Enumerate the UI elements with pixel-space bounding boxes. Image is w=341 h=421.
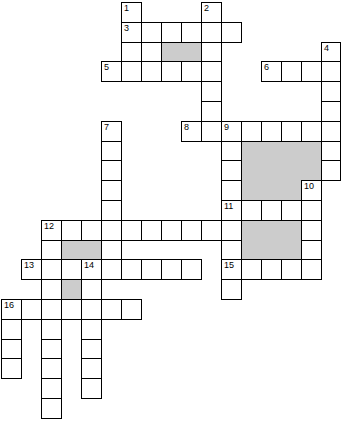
cell-r3c15[interactable] — [301, 61, 322, 82]
clue-number-14: 14 — [84, 261, 94, 270]
cell-r13c4[interactable]: 14 — [81, 259, 102, 280]
cell-r18c0[interactable] — [1, 358, 22, 379]
cell-r13c5[interactable] — [101, 259, 122, 280]
cell-r1c8[interactable] — [161, 22, 182, 43]
clue-number-4: 4 — [324, 44, 329, 53]
cell-r11c15[interactable] — [301, 220, 322, 241]
cell-r12c11[interactable] — [221, 240, 242, 260]
cell-r0c10[interactable]: 2 — [201, 2, 222, 23]
cell-r12c15[interactable] — [301, 240, 322, 260]
cell-r6c14[interactable] — [281, 121, 302, 142]
shaded-block-4 — [61, 240, 102, 260]
shaded-block-5 — [61, 279, 82, 300]
clue-number-16: 16 — [4, 301, 14, 310]
cell-r2c10[interactable] — [201, 42, 222, 62]
cell-r17c4[interactable] — [81, 339, 102, 359]
cell-r3c16[interactable] — [321, 61, 341, 82]
cell-r11c4[interactable] — [81, 220, 102, 241]
cell-r11c3[interactable] — [61, 220, 82, 241]
cell-r3c5[interactable]: 5 — [101, 61, 122, 82]
clue-number-7: 7 — [104, 123, 109, 132]
cell-r13c2[interactable] — [41, 259, 62, 280]
cell-r18c2[interactable] — [41, 358, 62, 379]
cell-r17c0[interactable] — [1, 339, 22, 359]
cell-r13c15[interactable] — [301, 259, 322, 280]
cell-r10c11[interactable]: 11 — [221, 200, 242, 221]
clue-number-10: 10 — [304, 182, 314, 191]
cell-r15c3[interactable] — [61, 299, 82, 320]
cell-r0c6[interactable]: 1 — [121, 2, 142, 23]
cell-r8c5[interactable] — [101, 160, 122, 181]
cell-r7c11[interactable] — [221, 141, 242, 161]
cell-r3c6[interactable] — [121, 61, 142, 82]
cell-r10c5[interactable] — [101, 200, 122, 221]
cell-r15c0[interactable]: 16 — [1, 299, 22, 320]
cell-r3c7[interactable] — [141, 61, 162, 82]
cell-r7c16[interactable] — [321, 141, 341, 161]
cell-r13c3[interactable] — [61, 259, 82, 280]
cell-r18c4[interactable] — [81, 358, 102, 379]
cell-r15c1[interactable] — [21, 299, 42, 320]
clue-number-2: 2 — [204, 4, 209, 13]
cell-r1c9[interactable] — [181, 22, 202, 43]
cell-r10c14[interactable] — [281, 200, 302, 221]
clue-number-13: 13 — [24, 261, 34, 270]
clue-number-5: 5 — [104, 63, 109, 72]
cell-r8c16[interactable] — [321, 160, 341, 181]
cell-r10c15[interactable] — [301, 200, 322, 221]
cell-r19c4[interactable] — [81, 378, 102, 399]
cell-r6c16[interactable] — [321, 121, 341, 142]
cell-r9c11[interactable] — [221, 180, 242, 201]
cell-r20c2[interactable] — [41, 398, 62, 419]
cell-r16c2[interactable] — [41, 319, 62, 340]
cell-r11c5[interactable] — [101, 220, 122, 241]
cell-r11c9[interactable] — [181, 220, 202, 241]
cell-r11c2[interactable]: 12 — [41, 220, 62, 241]
cell-r11c7[interactable] — [141, 220, 162, 241]
cell-r6c10[interactable] — [201, 121, 222, 142]
cell-r14c4[interactable] — [81, 279, 102, 300]
cell-r6c11[interactable]: 9 — [221, 121, 242, 142]
cell-r14c2[interactable] — [41, 279, 62, 300]
cell-r11c8[interactable] — [161, 220, 182, 241]
cell-r11c11[interactable] — [221, 220, 242, 241]
cell-r11c6[interactable] — [121, 220, 142, 241]
cell-r13c13[interactable] — [261, 259, 282, 280]
cell-r7c5[interactable] — [101, 141, 122, 161]
shaded-block-1 — [161, 42, 202, 62]
clue-number-8: 8 — [184, 123, 189, 132]
cell-r5c16[interactable] — [321, 101, 341, 122]
cell-r3c8[interactable] — [161, 61, 182, 82]
cell-r12c2[interactable] — [41, 240, 62, 260]
cell-r3c14[interactable] — [281, 61, 302, 82]
cell-r11c10[interactable] — [201, 220, 222, 241]
cell-r13c1[interactable]: 13 — [21, 259, 42, 280]
cell-r13c9[interactable] — [181, 259, 202, 280]
shaded-block-3 — [241, 220, 302, 260]
cell-r4c10[interactable] — [201, 81, 222, 102]
cell-r3c13[interactable]: 6 — [261, 61, 282, 82]
cell-r13c7[interactable] — [141, 259, 162, 280]
cell-r3c9[interactable] — [181, 61, 202, 82]
clue-number-15: 15 — [224, 261, 234, 270]
cell-r9c15[interactable]: 10 — [301, 180, 322, 201]
clue-number-9: 9 — [224, 123, 229, 132]
clue-number-12: 12 — [44, 222, 54, 231]
cell-r15c6[interactable] — [121, 299, 142, 320]
crossword-board: 12345678910111213141516 — [0, 0, 341, 421]
cell-r13c8[interactable] — [161, 259, 182, 280]
cell-r14c11[interactable] — [221, 279, 242, 300]
cell-r2c16[interactable]: 4 — [321, 42, 341, 62]
cell-r6c9[interactable]: 8 — [181, 121, 202, 142]
cell-r16c0[interactable] — [1, 319, 22, 340]
cell-r1c10[interactable] — [201, 22, 222, 43]
clue-number-1: 1 — [124, 4, 129, 13]
cell-r5c10[interactable] — [201, 101, 222, 122]
cell-r19c2[interactable] — [41, 378, 62, 399]
cell-r13c14[interactable] — [281, 259, 302, 280]
cell-r8c11[interactable] — [221, 160, 242, 181]
cell-r12c5[interactable] — [101, 240, 122, 260]
cell-r4c16[interactable] — [321, 81, 341, 102]
cell-r3c10[interactable] — [201, 61, 222, 82]
cell-r6c12[interactable] — [241, 121, 262, 142]
cell-r6c13[interactable] — [261, 121, 282, 142]
clue-number-11: 11 — [224, 202, 233, 211]
cell-r13c12[interactable] — [241, 259, 262, 280]
clue-number-3: 3 — [124, 24, 129, 33]
cell-r15c4[interactable] — [81, 299, 102, 320]
cell-r1c7[interactable] — [141, 22, 162, 43]
cell-r17c2[interactable] — [41, 339, 62, 359]
cell-r6c15[interactable] — [301, 121, 322, 142]
cell-r15c2[interactable] — [41, 299, 62, 320]
cell-r10c12[interactable] — [241, 200, 262, 221]
clue-number-6: 6 — [264, 63, 269, 72]
cell-r13c6[interactable] — [121, 259, 142, 280]
cell-r2c6[interactable] — [121, 42, 142, 62]
cell-r10c13[interactable] — [261, 200, 282, 221]
cell-r2c7[interactable] — [141, 42, 162, 62]
cell-r13c11[interactable]: 15 — [221, 259, 242, 280]
cell-r1c6[interactable]: 3 — [121, 22, 142, 43]
cell-r1c11[interactable] — [221, 22, 242, 43]
cell-r6c5[interactable]: 7 — [101, 121, 122, 142]
cell-r15c5[interactable] — [101, 299, 122, 320]
cell-r9c5[interactable] — [101, 180, 122, 201]
cell-r16c4[interactable] — [81, 319, 102, 340]
